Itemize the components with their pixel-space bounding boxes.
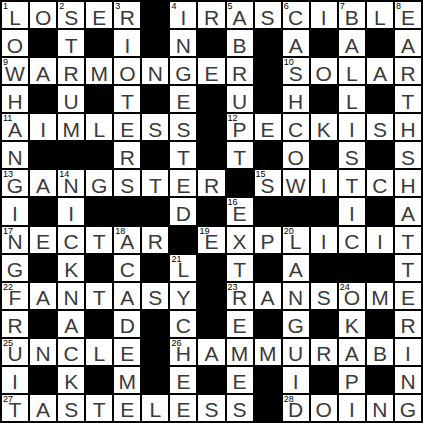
- cell-letter: I: [349, 399, 355, 420]
- grid-cell[interactable]: M: [367, 283, 393, 309]
- block-cell: [198, 30, 224, 56]
- grid-cell[interactable]: C: [170, 311, 196, 337]
- grid-cell[interactable]: T: [114, 86, 140, 112]
- grid-cell[interactable]: S: [255, 2, 281, 28]
- block-cell: [198, 142, 224, 168]
- cell-letter: A: [233, 7, 247, 28]
- grid-cell[interactable]: H: [283, 86, 309, 112]
- grid-cell[interactable]: A: [30, 170, 56, 196]
- clue-number: 23: [228, 283, 238, 293]
- grid-cell[interactable]: I: [2, 367, 28, 393]
- cell-letter: L: [346, 63, 358, 84]
- grid-cell[interactable]: I: [30, 114, 56, 140]
- block-cell: [86, 255, 112, 281]
- grid-cell[interactable]: A: [283, 255, 309, 281]
- grid-cell[interactable]: C: [58, 227, 84, 253]
- cell-letter: I: [321, 231, 327, 252]
- grid-cell[interactable]: I: [339, 198, 365, 224]
- grid-cell[interactable]: E: [227, 311, 253, 337]
- grid-cell[interactable]: X: [227, 227, 253, 253]
- grid-cell[interactable]: K: [58, 367, 84, 393]
- grid-cell[interactable]: N: [2, 142, 28, 168]
- cell-letter: E: [120, 343, 134, 364]
- cell-letter: I: [68, 203, 74, 224]
- grid-cell[interactable]: 25U: [2, 339, 28, 365]
- cell-letter: R: [120, 7, 135, 28]
- grid-cell[interactable]: 28D: [283, 395, 309, 421]
- grid-cell[interactable]: 17N: [2, 227, 28, 253]
- grid-cell[interactable]: 3R: [114, 2, 140, 28]
- cell-letter: I: [124, 35, 130, 56]
- grid-cell[interactable]: R: [114, 142, 140, 168]
- grid-cell[interactable]: L: [142, 395, 168, 421]
- grid-cell[interactable]: G: [283, 311, 309, 337]
- grid-cell[interactable]: R: [58, 58, 84, 84]
- grid-cell[interactable]: G: [170, 58, 196, 84]
- grid-cell[interactable]: C: [339, 227, 365, 253]
- cell-letter: T: [93, 231, 106, 252]
- grid-cell[interactable]: G: [395, 395, 421, 421]
- cell-letter: N: [64, 287, 79, 308]
- clue-number: 25: [3, 339, 13, 349]
- cell-letter: B: [233, 35, 247, 56]
- grid-cell[interactable]: N: [30, 339, 56, 365]
- cell-letter: M: [119, 371, 137, 392]
- block-cell: [58, 142, 84, 168]
- cell-letter: S: [64, 399, 78, 420]
- grid-cell[interactable]: 5A: [227, 2, 253, 28]
- block-cell: [142, 86, 168, 112]
- block-cell: [311, 142, 337, 168]
- cell-letter: R: [148, 231, 163, 252]
- grid-cell[interactable]: I: [114, 30, 140, 56]
- cell-letter: P: [345, 371, 359, 392]
- clue-number: 24: [340, 283, 350, 293]
- grid-cell[interactable]: I: [2, 198, 28, 224]
- cell-letter: B: [373, 343, 387, 364]
- grid-cell[interactable]: S: [395, 142, 421, 168]
- grid-cell[interactable]: E: [227, 367, 253, 393]
- block-cell: [283, 198, 309, 224]
- cell-letter: A: [289, 35, 303, 56]
- block-cell: [255, 198, 281, 224]
- grid-cell[interactable]: E: [30, 227, 56, 253]
- block-cell: [255, 58, 281, 84]
- clue-number: 5: [228, 2, 233, 12]
- grid-cell[interactable]: 10S: [283, 58, 309, 84]
- cell-letter: E: [176, 371, 190, 392]
- grid-cell[interactable]: I: [311, 227, 337, 253]
- grid-cell[interactable]: K: [311, 114, 337, 140]
- grid-cell[interactable]: L: [339, 86, 365, 112]
- grid-cell[interactable]: 16E: [227, 198, 253, 224]
- grid-cell[interactable]: H: [395, 170, 421, 196]
- grid-cell[interactable]: S: [198, 395, 224, 421]
- grid-cell[interactable]: S: [142, 114, 168, 140]
- grid-cell[interactable]: U: [58, 86, 84, 112]
- grid-cell[interactable]: W: [283, 170, 309, 196]
- grid-cell[interactable]: 20L: [283, 227, 309, 253]
- grid-cell[interactable]: T: [142, 170, 168, 196]
- grid-cell[interactable]: P: [339, 367, 365, 393]
- grid-cell[interactable]: C: [367, 170, 393, 196]
- grid-cell[interactable]: I: [339, 114, 365, 140]
- cell-letter: N: [7, 147, 22, 168]
- cell-letter: M: [62, 119, 80, 140]
- grid-cell[interactable]: H: [2, 86, 28, 112]
- grid-cell[interactable]: N: [170, 30, 196, 56]
- grid-cell[interactable]: L: [367, 2, 393, 28]
- block-cell: [255, 395, 281, 421]
- grid-cell[interactable]: E: [170, 395, 196, 421]
- cell-letter: I: [40, 119, 46, 140]
- grid-cell[interactable]: E: [86, 2, 112, 28]
- cell-letter: E: [176, 91, 190, 112]
- cell-letter: A: [401, 203, 415, 224]
- cell-letter: N: [176, 35, 191, 56]
- grid-cell[interactable]: U: [283, 339, 309, 365]
- cell-letter: C: [176, 315, 191, 336]
- grid-cell[interactable]: R: [395, 58, 421, 84]
- grid-cell[interactable]: 19E: [198, 227, 224, 253]
- grid-cell[interactable]: I: [395, 339, 421, 365]
- cell-letter: S: [148, 119, 162, 140]
- cell-letter: I: [321, 175, 327, 196]
- grid-cell[interactable]: T: [86, 227, 112, 253]
- grid-cell[interactable]: S: [227, 395, 253, 421]
- cell-letter: S: [317, 287, 331, 308]
- cell-letter: A: [120, 287, 134, 308]
- clue-number: 12: [228, 114, 238, 124]
- block-cell: [198, 86, 224, 112]
- cell-letter: I: [349, 203, 355, 224]
- clue-number: 2: [59, 2, 64, 12]
- grid-cell[interactable]: T: [227, 255, 253, 281]
- block-cell: [339, 255, 365, 281]
- grid-cell[interactable]: 14N: [58, 170, 84, 196]
- cell-letter: M: [231, 343, 249, 364]
- grid-cell[interactable]: T: [395, 86, 421, 112]
- grid-cell[interactable]: A: [339, 30, 365, 56]
- clue-number: 11: [3, 114, 12, 124]
- cell-letter: O: [288, 147, 304, 168]
- cell-letter: H: [288, 91, 303, 112]
- block-cell: [311, 198, 337, 224]
- grid-cell[interactable]: 26H: [170, 339, 196, 365]
- grid-cell[interactable]: U: [227, 86, 253, 112]
- block-cell: [367, 142, 393, 168]
- grid-cell[interactable]: A: [395, 198, 421, 224]
- block-cell: [30, 255, 56, 281]
- grid-cell[interactable]: 1L: [2, 2, 28, 28]
- grid-cell[interactable]: 4I: [170, 2, 196, 28]
- grid-cell[interactable]: I: [311, 2, 337, 28]
- cell-letter: I: [12, 371, 18, 392]
- cell-letter: S: [345, 147, 359, 168]
- grid-cell[interactable]: L: [339, 58, 365, 84]
- grid-cell[interactable]: M: [114, 367, 140, 393]
- cell-letter: H: [7, 91, 22, 112]
- grid-cell[interactable]: 11A: [2, 114, 28, 140]
- block-cell: [198, 311, 224, 337]
- cell-letter: S: [64, 7, 78, 28]
- grid-cell[interactable]: P: [255, 227, 281, 253]
- grid-cell[interactable]: S: [311, 283, 337, 309]
- block-cell: [255, 30, 281, 56]
- grid-cell[interactable]: I: [367, 227, 393, 253]
- cell-letter: E: [204, 63, 218, 84]
- grid-cell[interactable]: 27T: [2, 395, 28, 421]
- grid-cell[interactable]: R: [2, 311, 28, 337]
- grid-cell[interactable]: M: [86, 58, 112, 84]
- grid-cell[interactable]: S: [170, 114, 196, 140]
- grid-cell[interactable]: O: [311, 58, 337, 84]
- cell-letter: S: [233, 399, 247, 420]
- cell-letter: L: [9, 7, 21, 28]
- grid-cell[interactable]: C: [283, 114, 309, 140]
- cell-letter: A: [36, 63, 50, 84]
- grid-cell[interactable]: N: [367, 395, 393, 421]
- grid-cell[interactable]: I: [311, 170, 337, 196]
- cell-letter: E: [401, 287, 415, 308]
- grid-cell[interactable]: L: [86, 339, 112, 365]
- block-cell: [255, 142, 281, 168]
- grid-cell[interactable]: N: [395, 367, 421, 393]
- cell-letter: G: [288, 315, 304, 336]
- grid-cell[interactable]: T: [86, 395, 112, 421]
- grid-cell[interactable]: 23R: [227, 283, 253, 309]
- grid-cell[interactable]: 18A: [114, 227, 140, 253]
- cell-letter: E: [120, 399, 134, 420]
- cell-letter: N: [400, 371, 415, 392]
- grid-cell[interactable]: K: [58, 255, 84, 281]
- grid-cell[interactable]: O: [283, 142, 309, 168]
- clue-number: 20: [284, 227, 294, 237]
- grid-cell[interactable]: R: [311, 339, 337, 365]
- cell-letter: S: [120, 175, 134, 196]
- grid-cell[interactable]: 22F: [2, 283, 28, 309]
- grid-cell[interactable]: T: [339, 170, 365, 196]
- grid-cell[interactable]: C: [58, 339, 84, 365]
- block-cell: [311, 255, 337, 281]
- grid-cell[interactable]: S: [339, 142, 365, 168]
- cell-letter: C: [120, 259, 135, 280]
- grid-cell[interactable]: N: [283, 283, 309, 309]
- cell-letter: T: [177, 147, 190, 168]
- cell-letter: H: [400, 175, 415, 196]
- grid-cell[interactable]: A: [114, 283, 140, 309]
- grid-cell[interactable]: S: [367, 114, 393, 140]
- cell-letter: T: [149, 175, 162, 196]
- grid-cell[interactable]: 6C: [283, 2, 309, 28]
- grid-cell[interactable]: E: [114, 395, 140, 421]
- cell-letter: A: [36, 399, 50, 420]
- cell-letter: B: [345, 7, 359, 28]
- grid-cell[interactable]: D: [114, 311, 140, 337]
- grid-cell[interactable]: K: [339, 311, 365, 337]
- block-cell: [86, 30, 112, 56]
- cell-letter: U: [288, 343, 303, 364]
- cell-letter: A: [36, 287, 50, 308]
- cell-letter: U: [64, 91, 79, 112]
- grid-cell[interactable]: A: [30, 283, 56, 309]
- grid-cell[interactable]: 13G: [2, 170, 28, 196]
- cell-letter: I: [321, 7, 327, 28]
- cell-letter: R: [64, 63, 79, 84]
- cell-letter: S: [148, 287, 162, 308]
- block-cell: [198, 114, 224, 140]
- cell-letter: D: [120, 315, 135, 336]
- grid-cell[interactable]: 9W: [2, 58, 28, 84]
- block-cell: [255, 255, 281, 281]
- grid-cell[interactable]: A: [58, 311, 84, 337]
- grid-cell[interactable]: M: [227, 339, 253, 365]
- grid-cell[interactable]: T: [170, 142, 196, 168]
- block-cell: [114, 198, 140, 224]
- cell-letter: R: [400, 63, 415, 84]
- grid-cell[interactable]: R: [227, 58, 253, 84]
- clue-number: 9: [3, 58, 8, 68]
- grid-cell[interactable]: E: [255, 114, 281, 140]
- grid-cell[interactable]: D: [170, 198, 196, 224]
- clue-number: 17: [3, 227, 13, 237]
- grid-cell[interactable]: A: [30, 395, 56, 421]
- grid-cell[interactable]: 2S: [58, 2, 84, 28]
- cell-letter: C: [288, 7, 303, 28]
- grid-cell[interactable]: T: [395, 227, 421, 253]
- grid-cell[interactable]: A: [198, 339, 224, 365]
- cell-letter: A: [345, 343, 359, 364]
- grid-cell[interactable]: O: [2, 30, 28, 56]
- grid-cell[interactable]: T: [86, 283, 112, 309]
- grid-cell[interactable]: I: [58, 198, 84, 224]
- grid-cell[interactable]: T: [227, 142, 253, 168]
- grid-cell[interactable]: B: [227, 30, 253, 56]
- grid-cell[interactable]: G: [2, 255, 28, 281]
- block-cell: [367, 30, 393, 56]
- block-cell: [311, 30, 337, 56]
- grid-cell[interactable]: M: [58, 114, 84, 140]
- grid-cell[interactable]: E: [170, 170, 196, 196]
- cell-letter: K: [345, 315, 359, 336]
- cell-letter: R: [120, 147, 135, 168]
- block-cell: [255, 86, 281, 112]
- block-cell: [30, 86, 56, 112]
- grid-cell[interactable]: L: [86, 114, 112, 140]
- cell-letter: N: [372, 399, 387, 420]
- grid-cell[interactable]: 8E: [395, 2, 421, 28]
- block-cell: [86, 198, 112, 224]
- cell-letter: T: [233, 147, 246, 168]
- grid-cell[interactable]: 15S: [255, 170, 281, 196]
- grid-cell[interactable]: 21L: [170, 255, 196, 281]
- grid-cell[interactable]: R: [198, 2, 224, 28]
- cell-letter: I: [12, 203, 18, 224]
- cell-letter: I: [349, 119, 355, 140]
- cell-letter: M: [90, 63, 108, 84]
- cell-letter: W: [286, 175, 306, 196]
- grid-cell[interactable]: R: [395, 311, 421, 337]
- clue-number: 16: [228, 198, 238, 208]
- grid-cell[interactable]: O: [30, 2, 56, 28]
- cell-letter: L: [374, 7, 386, 28]
- grid-cell[interactable]: O: [311, 395, 337, 421]
- grid-cell[interactable]: N: [58, 283, 84, 309]
- grid-cell[interactable]: 24O: [339, 283, 365, 309]
- grid-cell[interactable]: N: [142, 58, 168, 84]
- clue-number: 8: [396, 2, 401, 12]
- cell-letter: S: [204, 399, 218, 420]
- block-cell: [198, 283, 224, 309]
- block-cell: [30, 142, 56, 168]
- grid-cell[interactable]: C: [114, 255, 140, 281]
- grid-cell[interactable]: I: [339, 395, 365, 421]
- grid-cell[interactable]: T: [58, 30, 84, 56]
- grid-cell[interactable]: I: [283, 367, 309, 393]
- block-cell: [30, 367, 56, 393]
- grid-cell[interactable]: G: [86, 170, 112, 196]
- block-cell: [142, 255, 168, 281]
- grid-cell[interactable]: E: [170, 367, 196, 393]
- cell-letter: Y: [176, 287, 190, 308]
- grid-cell[interactable]: S: [114, 170, 140, 196]
- cell-letter: E: [233, 371, 247, 392]
- grid-cell[interactable]: E: [395, 283, 421, 309]
- grid-cell[interactable]: S: [58, 395, 84, 421]
- grid-cell[interactable]: E: [114, 114, 140, 140]
- grid-cell[interactable]: E: [198, 58, 224, 84]
- grid-cell[interactable]: A: [339, 339, 365, 365]
- grid-cell[interactable]: A: [30, 58, 56, 84]
- cell-letter: O: [316, 399, 332, 420]
- block-cell: [311, 86, 337, 112]
- cell-letter: L: [346, 91, 358, 112]
- grid-cell[interactable]: E: [114, 339, 140, 365]
- grid-cell[interactable]: R: [198, 170, 224, 196]
- grid-cell[interactable]: S: [142, 283, 168, 309]
- block-cell: [311, 367, 337, 393]
- grid-cell[interactable]: T: [395, 255, 421, 281]
- block-cell: [142, 30, 168, 56]
- cell-letter: U: [232, 91, 247, 112]
- crossword-grid: 1LO2SE3R4IR5AS6CI7BL8EOTINBAAA9WARMONGER…: [0, 0, 423, 423]
- block-cell: [367, 86, 393, 112]
- grid-cell[interactable]: B: [367, 339, 393, 365]
- cell-letter: H: [400, 119, 415, 140]
- grid-cell[interactable]: R: [142, 227, 168, 253]
- grid-cell[interactable]: A: [255, 283, 281, 309]
- grid-cell[interactable]: A: [283, 30, 309, 56]
- grid-cell[interactable]: Y: [170, 283, 196, 309]
- grid-cell[interactable]: H: [395, 114, 421, 140]
- block-cell: [142, 367, 168, 393]
- grid-cell[interactable]: 12P: [227, 114, 253, 140]
- grid-cell[interactable]: A: [367, 58, 393, 84]
- cell-letter: C: [372, 175, 387, 196]
- grid-cell[interactable]: A: [395, 30, 421, 56]
- grid-cell[interactable]: M: [255, 339, 281, 365]
- grid-cell[interactable]: O: [114, 58, 140, 84]
- block-cell: [367, 311, 393, 337]
- block-cell: [30, 30, 56, 56]
- block-cell: [142, 198, 168, 224]
- grid-cell[interactable]: E: [170, 86, 196, 112]
- clue-number: 21: [171, 255, 181, 265]
- grid-cell[interactable]: 7B: [339, 2, 365, 28]
- cell-letter: A: [373, 63, 387, 84]
- block-cell: [367, 198, 393, 224]
- cell-letter: A: [345, 35, 359, 56]
